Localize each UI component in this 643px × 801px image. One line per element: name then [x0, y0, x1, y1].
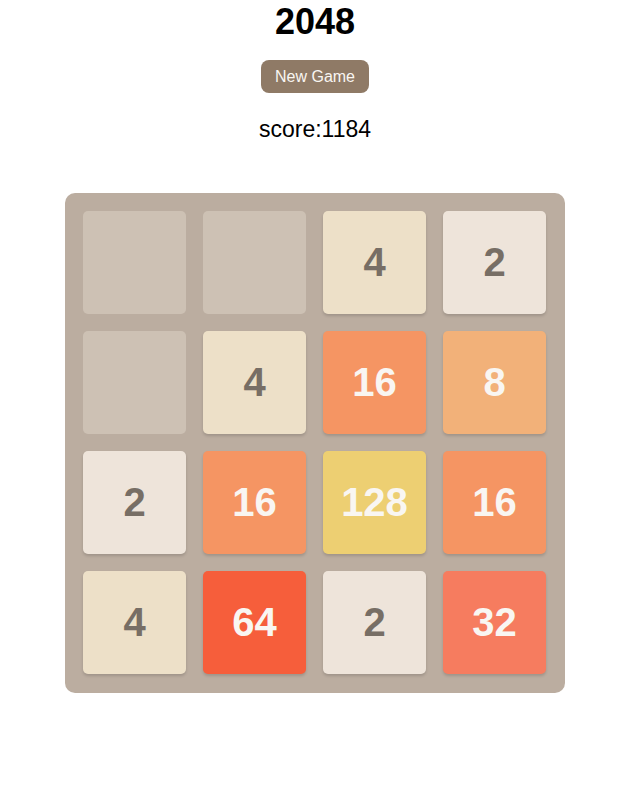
new-game-button[interactable]: New Game	[261, 60, 369, 93]
empty-cell	[83, 331, 186, 434]
tile-2: 2	[443, 211, 546, 314]
content-column: 2048 New Game score:1184 424168216128164…	[0, 0, 630, 693]
tile-16: 16	[323, 331, 426, 434]
page-title: 2048	[275, 2, 355, 42]
tile-2: 2	[83, 451, 186, 554]
game-board: 42416821612816464232	[65, 193, 565, 693]
tile-16: 16	[203, 451, 306, 554]
tile-128: 128	[323, 451, 426, 554]
tile-8: 8	[443, 331, 546, 434]
score-label: score:	[259, 116, 322, 142]
score-value: 1184	[322, 116, 371, 142]
tile-16: 16	[443, 451, 546, 554]
tile-4: 4	[83, 571, 186, 674]
page: 2048 New Game score:1184 424168216128164…	[0, 0, 643, 801]
tile-4: 4	[323, 211, 426, 314]
score-display: score:1184	[259, 117, 371, 141]
empty-cell	[203, 211, 306, 314]
tile-4: 4	[203, 331, 306, 434]
tile-32: 32	[443, 571, 546, 674]
empty-cell	[83, 211, 186, 314]
tile-2: 2	[323, 571, 426, 674]
tile-64: 64	[203, 571, 306, 674]
